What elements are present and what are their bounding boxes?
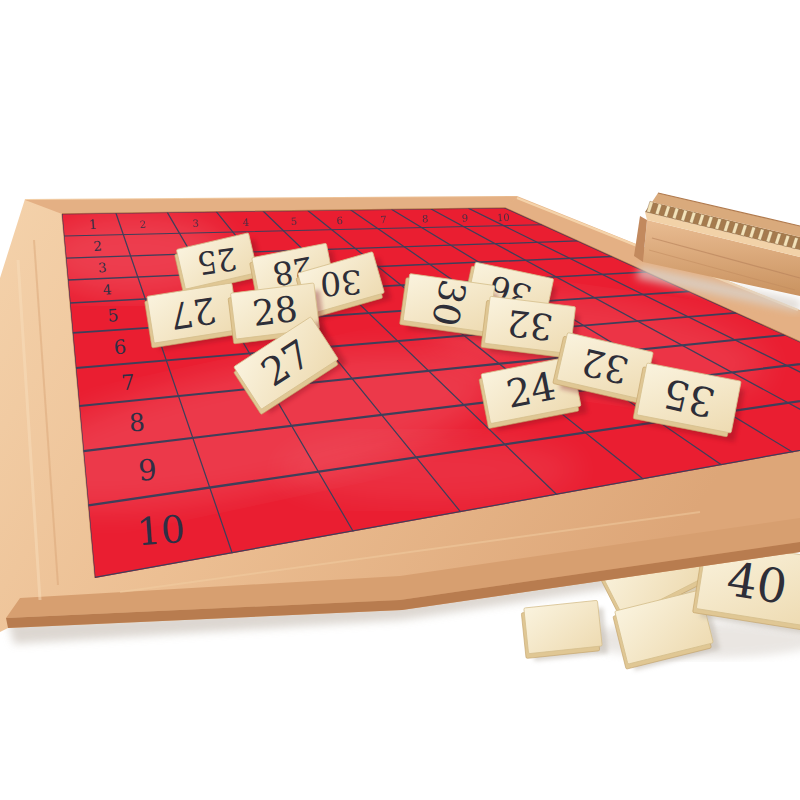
col-label-9: 9 <box>462 212 469 223</box>
tile-number: 30 <box>319 262 363 303</box>
col-label-4: 4 <box>243 217 250 228</box>
row-label-3: 3 <box>98 260 107 276</box>
tile-number: 25 <box>195 241 239 282</box>
tile-number: 28 <box>250 288 300 334</box>
col-label-3: 3 <box>192 218 199 229</box>
tile-number: 24 <box>503 363 560 417</box>
col-label-10: 10 <box>497 212 510 224</box>
col-label-5: 5 <box>291 216 298 227</box>
board-scene-svg: Montessori hundred board with wooden num… <box>0 0 800 800</box>
row-label-7: 7 <box>120 369 135 395</box>
scene-montessori-board-photo: Montessori hundred board with wooden num… <box>0 0 800 800</box>
col-label-2: 2 <box>139 219 146 230</box>
blank-tile[interactable] <box>521 600 608 662</box>
row-label-1: 1 <box>88 217 97 233</box>
row-label-10: 10 <box>135 507 186 554</box>
col-label-7: 7 <box>380 214 387 225</box>
row-label-8: 8 <box>128 408 146 438</box>
row-label-2: 2 <box>93 238 102 254</box>
col-label-8: 8 <box>422 213 429 224</box>
col-label-6: 6 <box>336 215 343 226</box>
row-label-6: 6 <box>113 335 127 359</box>
row-label-9: 9 <box>137 453 158 488</box>
tile-number: 27 <box>167 288 219 337</box>
row-label-4: 4 <box>102 281 112 298</box>
row-label-5: 5 <box>107 305 119 326</box>
tile-number: 32 <box>505 301 556 348</box>
